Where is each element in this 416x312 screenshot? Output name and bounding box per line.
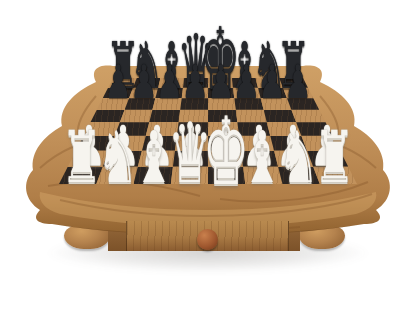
piece-black-pawn-h7[interactable]: ♟ bbox=[282, 58, 313, 105]
chessboard: ♜♞♝♛♚♝♞♜♟♟♟♟♟♟♟♟♟♟♟♟♟♟♟♟♜♞♝♛♚♝♞♜ bbox=[0, 0, 416, 312]
piece-white-rook-h1[interactable]: ♜ bbox=[311, 122, 357, 193]
chess-set-photo: ♜♞♝♛♚♝♞♜♟♟♟♟♟♟♟♟♟♟♟♟♟♟♟♟♜♞♝♛♚♝♞♜ bbox=[0, 0, 416, 312]
